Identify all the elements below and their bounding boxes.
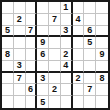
cell-r9c5[interactable] <box>49 96 61 108</box>
cell-r4c6[interactable] <box>61 37 73 49</box>
cell-r4c9[interactable] <box>96 37 108 49</box>
cell-r9c2[interactable] <box>14 96 26 108</box>
cell-r1c7[interactable] <box>73 2 85 14</box>
cell-r9c7[interactable] <box>73 96 85 108</box>
cell-r5c8[interactable] <box>84 49 96 61</box>
cell-r9c3[interactable] <box>26 96 38 108</box>
cell-r8c6[interactable] <box>61 84 73 96</box>
cell-r8c5[interactable]: 2 <box>49 84 61 96</box>
cell-r9c9[interactable] <box>96 96 108 108</box>
cell-r7c7[interactable]: 2 <box>73 73 85 85</box>
cell-r8c7[interactable] <box>73 84 85 96</box>
cell-r5c7[interactable] <box>73 49 85 61</box>
cell-r3c9[interactable] <box>96 26 108 38</box>
cell-r9c8[interactable] <box>84 96 96 108</box>
cell-r3c3[interactable]: 7 <box>26 26 38 38</box>
cell-r2c1[interactable] <box>2 14 14 26</box>
cell-r1c5[interactable] <box>49 2 61 14</box>
cell-r9c1[interactable] <box>2 96 14 108</box>
cell-r5c6[interactable]: 2 <box>61 49 73 61</box>
cell-r7c2[interactable]: 7 <box>14 73 26 85</box>
cell-r2c2[interactable]: 2 <box>14 14 26 26</box>
cell-r8c9[interactable] <box>96 84 108 96</box>
cell-r6c7[interactable] <box>73 61 85 73</box>
cell-r1c8[interactable] <box>84 2 96 14</box>
cell-r7c3[interactable] <box>26 73 38 85</box>
cell-r5c4[interactable]: 6 <box>37 49 49 61</box>
cell-r1c6[interactable]: 1 <box>61 2 73 14</box>
cell-r8c1[interactable] <box>2 84 14 96</box>
cell-r5c5[interactable] <box>49 49 61 61</box>
cell-r1c1[interactable] <box>2 2 14 14</box>
cell-r5c3[interactable] <box>26 49 38 61</box>
cell-r5c1[interactable]: 8 <box>2 49 14 61</box>
sudoku-board: 127457369586293473286275 <box>0 0 110 110</box>
cell-r6c5[interactable] <box>49 61 61 73</box>
cell-r3c7[interactable] <box>73 26 85 38</box>
cell-r6c4[interactable] <box>37 61 49 73</box>
cell-r2c3[interactable] <box>26 14 38 26</box>
cell-r4c4[interactable]: 9 <box>37 37 49 49</box>
cell-r9c6[interactable] <box>61 96 73 108</box>
cell-r4c7[interactable] <box>73 37 85 49</box>
cell-r3c2[interactable] <box>14 26 26 38</box>
cell-r3c8[interactable]: 6 <box>84 26 96 38</box>
cell-r2c6[interactable] <box>61 14 73 26</box>
cell-r6c2[interactable]: 3 <box>14 61 26 73</box>
cell-r4c2[interactable] <box>14 37 26 49</box>
cell-r6c6[interactable]: 4 <box>61 61 73 73</box>
cell-r7c8[interactable] <box>84 73 96 85</box>
cell-r4c1[interactable] <box>2 37 14 49</box>
cell-r1c3[interactable] <box>26 2 38 14</box>
cell-r7c5[interactable] <box>49 73 61 85</box>
cell-r2c4[interactable] <box>37 14 49 26</box>
cell-r6c1[interactable] <box>2 61 14 73</box>
cell-r7c9[interactable]: 8 <box>96 73 108 85</box>
cell-r2c9[interactable] <box>96 14 108 26</box>
cell-r8c3[interactable]: 6 <box>26 84 38 96</box>
cell-r6c3[interactable] <box>26 61 38 73</box>
cell-r4c5[interactable] <box>49 37 61 49</box>
cell-r9c4[interactable]: 5 <box>37 96 49 108</box>
cell-r6c8[interactable] <box>84 61 96 73</box>
cell-r1c9[interactable] <box>96 2 108 14</box>
cell-r2c7[interactable]: 4 <box>73 14 85 26</box>
cell-r3c5[interactable] <box>49 26 61 38</box>
cell-r2c8[interactable] <box>84 14 96 26</box>
cell-r4c3[interactable] <box>26 37 38 49</box>
cell-r8c2[interactable] <box>14 84 26 96</box>
cell-r7c4[interactable]: 3 <box>37 73 49 85</box>
cell-r4c8[interactable]: 5 <box>84 37 96 49</box>
cell-r2c5[interactable]: 7 <box>49 14 61 26</box>
cell-r5c9[interactable]: 9 <box>96 49 108 61</box>
cell-r5c2[interactable] <box>14 49 26 61</box>
cell-r6c9[interactable] <box>96 61 108 73</box>
cell-r7c6[interactable] <box>61 73 73 85</box>
cell-r3c6[interactable]: 3 <box>61 26 73 38</box>
cell-r3c4[interactable] <box>37 26 49 38</box>
cell-r8c4[interactable] <box>37 84 49 96</box>
cell-r7c1[interactable] <box>2 73 14 85</box>
cell-r1c4[interactable] <box>37 2 49 14</box>
cell-r1c2[interactable] <box>14 2 26 14</box>
cell-r3c1[interactable]: 5 <box>2 26 14 38</box>
cell-r8c8[interactable]: 7 <box>84 84 96 96</box>
